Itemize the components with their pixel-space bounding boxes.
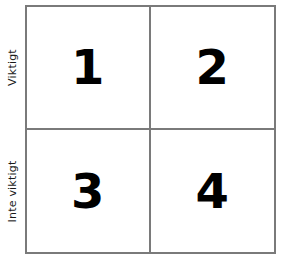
row-label-inte-viktigt: Inte viktigt bbox=[0, 129, 25, 253]
cell-q2: 2 bbox=[151, 7, 275, 130]
row-label-column: Viktigt Inte viktigt bbox=[0, 5, 25, 253]
cell-q4-number: 4 bbox=[196, 167, 229, 215]
cell-q1: 1 bbox=[27, 7, 151, 130]
priority-matrix-page: Viktigt Inte viktigt 1 2 3 4 bbox=[0, 0, 300, 262]
row-label-viktigt: Viktigt bbox=[0, 5, 25, 129]
row-label-viktigt-text: Viktigt bbox=[6, 49, 19, 86]
matrix-grid: 1 2 3 4 bbox=[25, 5, 276, 254]
cell-q4: 4 bbox=[151, 130, 275, 253]
cell-q3-number: 3 bbox=[71, 167, 104, 215]
cell-q2-number: 2 bbox=[196, 43, 229, 91]
row-label-inte-viktigt-text: Inte viktigt bbox=[6, 160, 19, 222]
cell-q1-number: 1 bbox=[71, 43, 104, 91]
cell-q3: 3 bbox=[27, 130, 151, 253]
